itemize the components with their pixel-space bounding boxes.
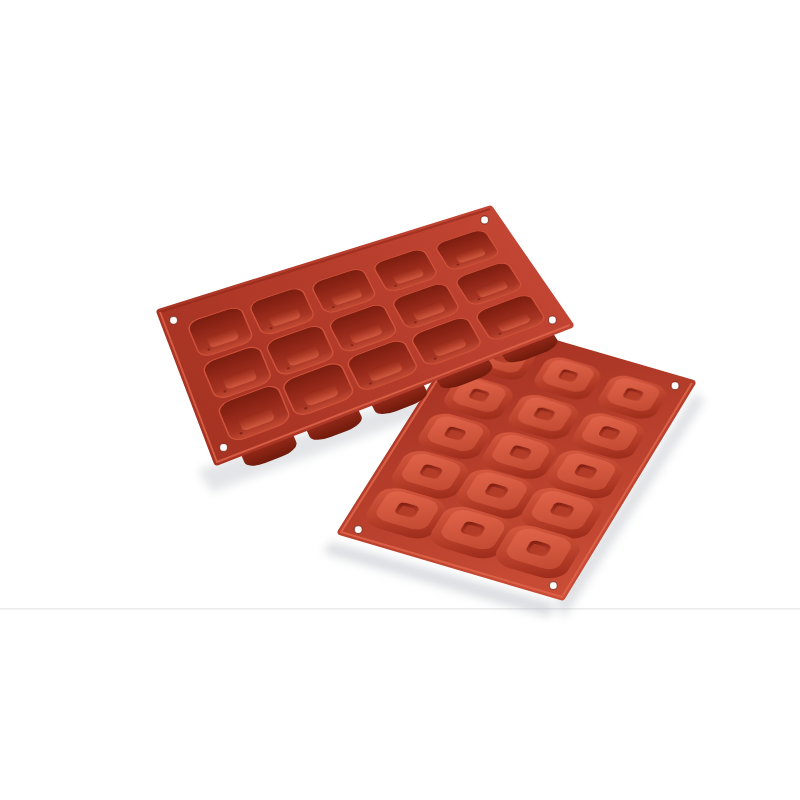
corner-hole [481, 216, 489, 224]
corner-hole [354, 526, 362, 534]
corner-hole [549, 582, 557, 590]
corner-hole [548, 316, 556, 324]
corner-hole [170, 316, 178, 324]
corner-hole [671, 382, 679, 390]
scene-svg [0, 0, 800, 800]
product-photo: Two terracotta-red flexible silicone bak… [0, 0, 800, 800]
corner-hole [220, 443, 228, 451]
backdrop-seam [0, 608, 800, 610]
